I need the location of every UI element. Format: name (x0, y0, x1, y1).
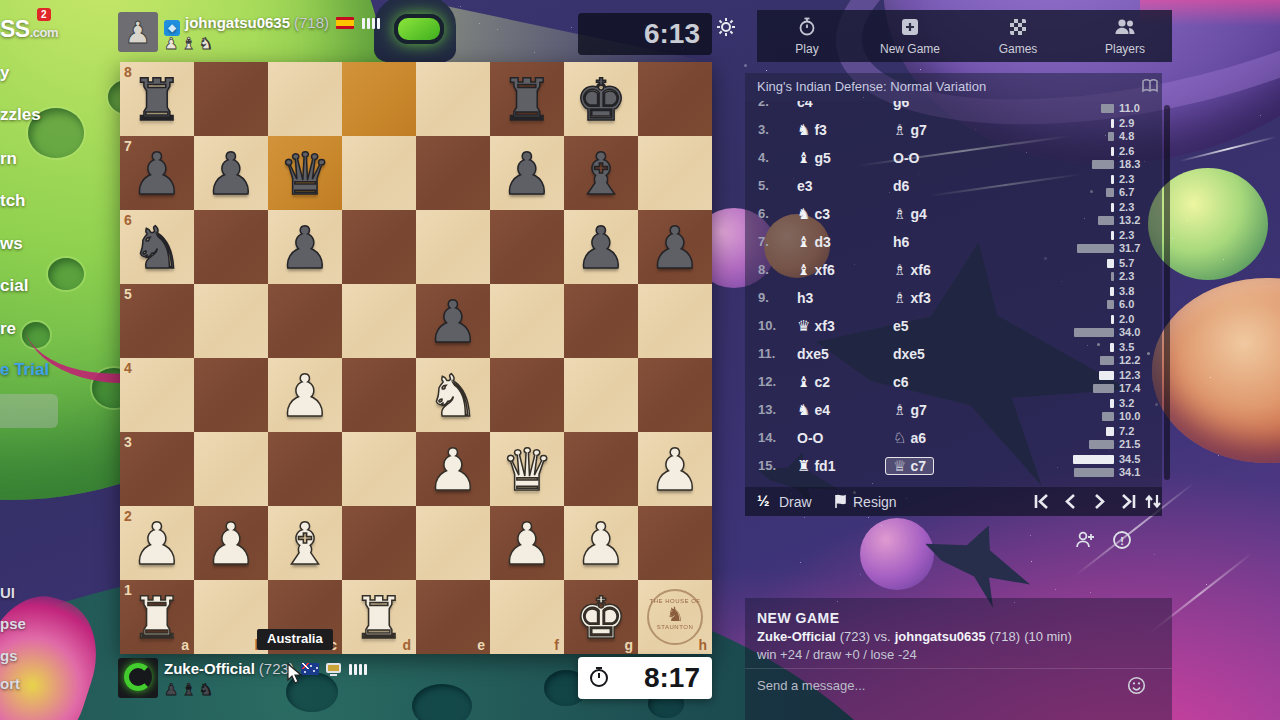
move-time: 2.3 (1119, 229, 1134, 241)
square-b7[interactable] (194, 136, 268, 210)
square-g7[interactable] (564, 136, 638, 210)
move-time: 2.9 (1119, 117, 1134, 129)
info-icon[interactable]: ! (1112, 530, 1132, 554)
square-h4[interactable] (638, 358, 712, 432)
move-time: 4.8 (1119, 130, 1134, 142)
move-time: 12.2 (1119, 354, 1140, 366)
sidebar-item[interactable]: e Trial (0, 360, 49, 380)
square-a4[interactable]: 4 (120, 358, 194, 432)
white-move[interactable]: ♝xf6 (797, 260, 835, 280)
square-e8[interactable] (416, 62, 490, 136)
move-row: 8.♝xf6♗xf65.72.3 (745, 256, 1162, 284)
white-move[interactable]: e3 (797, 176, 813, 196)
move-text: e4 (814, 402, 830, 418)
move-time: 7.2 (1119, 425, 1134, 437)
file-label: e (477, 637, 485, 653)
square-h2[interactable] (638, 506, 712, 580)
move-row: 6.♞c3♗g42.313.2 (745, 200, 1162, 228)
white-move[interactable]: c4 (797, 101, 813, 112)
figurine-wB-icon: ♝ (797, 233, 810, 251)
move-row: 14.O-O♘a67.221.5 (745, 424, 1162, 452)
spain-flag-icon[interactable] (336, 17, 354, 29)
black-move[interactable]: ♕c7 (893, 456, 934, 476)
square-c8[interactable] (268, 62, 342, 136)
move-number: 15. (758, 458, 776, 473)
monitor-icon (326, 663, 341, 676)
previous-move-icon[interactable] (1061, 493, 1081, 510)
move-row: 12.♝c2c612.317.4 (745, 368, 1162, 396)
chat-input[interactable] (757, 678, 1107, 693)
sidebar-item[interactable]: ws (0, 234, 23, 254)
move-time-bar (1077, 244, 1114, 253)
bottom-player-avatar[interactable] (118, 658, 158, 698)
move-text: d6 (893, 178, 909, 194)
tab-players[interactable]: Players (1080, 14, 1170, 56)
move-time: 6.7 (1119, 186, 1134, 198)
square-h8[interactable] (638, 62, 712, 136)
rank-label: 2 (124, 508, 132, 524)
black-move[interactable]: ♗xf3 (893, 288, 931, 308)
move-number: 11. (758, 346, 775, 361)
move-time-bar (1101, 104, 1114, 113)
resign-flag-icon[interactable] (833, 494, 848, 509)
move-list[interactable]: 2.c4g611.03.♞f3♗g72.94.84.♝g5O-O2.618.35… (745, 101, 1162, 487)
chat-divider (745, 668, 1172, 669)
captured-pieces-bottom: ♟♝♞ (164, 680, 216, 699)
figurine-wN-icon: ♞ (797, 401, 810, 419)
square-g4[interactable] (564, 358, 638, 432)
square-d2[interactable] (342, 506, 416, 580)
game-controls-bar: ½ Draw Resign (745, 487, 1162, 516)
move-time: 3.2 (1119, 397, 1134, 409)
panel-navbar: PlayNew GameGamesPlayers (757, 10, 1172, 62)
figurine-wB-icon: ♝ (797, 373, 810, 391)
square-e7[interactable] (416, 136, 490, 210)
square-f6[interactable] (490, 210, 564, 284)
move-text: g6 (893, 101, 909, 110)
chess-board[interactable]: 8♜♜♚7♟♟♛♟♝6♞♟♟♟5♟4♟♞3♟♛♟2♟♟♝♟♟1a♜bcd♜efg… (120, 62, 712, 654)
move-time-bar (1089, 440, 1114, 449)
draw-button[interactable]: ½ (757, 492, 770, 509)
move-time: 3.8 (1119, 285, 1134, 297)
bottom-player-clock: 8:17 (578, 657, 712, 699)
move-text: e5 (893, 318, 909, 334)
black-move[interactable]: ♗xf6 (893, 260, 931, 280)
square-h3[interactable] (638, 432, 712, 506)
move-text: f3 (814, 122, 826, 138)
black-move[interactable]: dxe5 (893, 344, 925, 364)
black-move[interactable]: d6 (893, 176, 909, 196)
move-time: 2.3 (1119, 270, 1134, 282)
move-time-bar (1099, 371, 1114, 380)
black-move[interactable]: g6 (893, 101, 909, 112)
move-text: dxe5 (797, 346, 829, 362)
square-d4[interactable] (342, 358, 416, 432)
square-a6[interactable]: 6 (120, 210, 194, 284)
rank-label: 1 (124, 582, 132, 598)
move-text: xf6 (910, 262, 930, 278)
move-time-bar (1111, 315, 1114, 324)
move-time-bar (1102, 412, 1114, 421)
move-text: h6 (893, 234, 909, 250)
move-text: O-O (893, 150, 919, 166)
tab-play[interactable]: Play (762, 14, 852, 56)
square-g1[interactable]: g (564, 580, 638, 654)
move-text: g7 (910, 122, 926, 138)
move-text: c7 (910, 458, 926, 474)
square-d6[interactable] (342, 210, 416, 284)
move-time-bar (1074, 468, 1114, 477)
top-player-clock: 6:13 (578, 13, 712, 55)
bottom-player-name[interactable]: Zuke-Official(723) (164, 660, 369, 678)
chat-game-line: Zuke-Official(723)vs.johngatsu0635(718)(… (757, 629, 1076, 644)
move-number: 4. (758, 150, 769, 165)
move-number: 10. (758, 318, 776, 333)
move-time-bar (1106, 188, 1114, 197)
avatar-ring (124, 663, 152, 691)
move-row: 15.♜fd1♕c734.534.1 (745, 452, 1162, 480)
move-time: 34.5 (1119, 453, 1140, 465)
connection-bars-icon (362, 15, 382, 32)
captured-knight-icon: ♞ (199, 34, 216, 53)
rank-label: 5 (124, 286, 132, 302)
move-time: 3.5 (1119, 341, 1134, 353)
white-move[interactable]: ♝c2 (797, 372, 830, 392)
sidebar-footer-item[interactable]: pse (0, 615, 26, 632)
square-a8[interactable]: 8 (120, 62, 194, 136)
square-h6[interactable] (638, 210, 712, 284)
white-move[interactable]: ♝d3 (797, 232, 831, 252)
move-time: 34.1 (1119, 466, 1140, 478)
square-a7[interactable]: 7 (120, 136, 194, 210)
move-time: 10.0 (1119, 410, 1140, 422)
square-f4[interactable] (490, 358, 564, 432)
figurine-wQ-icon: ♛ (797, 317, 810, 335)
move-time-bar (1100, 356, 1114, 365)
white-move[interactable]: ♛xf3 (797, 316, 835, 336)
square-f2[interactable] (490, 506, 564, 580)
move-time: 31.7 (1119, 242, 1140, 254)
captured-pieces-top: ♟♝♞ (164, 34, 216, 53)
mouse-cursor (287, 663, 304, 685)
move-text: dxe5 (893, 346, 925, 362)
square-h7[interactable] (638, 136, 712, 210)
move-text: g7 (910, 402, 926, 418)
pawn-avatar-icon: ♟ (125, 15, 152, 50)
black-move[interactable]: c6 (893, 372, 909, 392)
black-move[interactable]: h6 (893, 232, 909, 252)
top-player-avatar[interactable]: ♟ (118, 12, 158, 52)
black-move[interactable]: e5 (893, 316, 909, 336)
sidebar-item[interactable]: rn (0, 149, 17, 169)
white-move[interactable]: O-O (797, 428, 823, 448)
move-text: d3 (814, 234, 830, 250)
move-text: c6 (893, 374, 909, 390)
white-move[interactable]: dxe5 (797, 344, 829, 364)
square-g6[interactable] (564, 210, 638, 284)
move-number: 9. (758, 290, 769, 305)
figurine-bB-icon: ♗ (893, 261, 906, 279)
sidebar-footer-item[interactable]: ort (0, 675, 20, 692)
move-time-bar (1111, 175, 1114, 184)
move-time-bar (1111, 272, 1114, 281)
square-g8[interactable] (564, 62, 638, 136)
captured-bishop-icon: ♝ (181, 34, 198, 53)
move-time-bar (1111, 231, 1114, 240)
sidebar-footer-item[interactable]: gs (0, 647, 18, 664)
square-b4[interactable] (194, 358, 268, 432)
square-a5[interactable]: 5 (120, 284, 194, 358)
black-move[interactable]: ♗g7 (893, 400, 927, 420)
move-time: 18.3 (1119, 158, 1140, 170)
stopwatch-icon (762, 17, 852, 39)
square-e2[interactable] (416, 506, 490, 580)
move-time: 13.2 (1119, 214, 1140, 226)
black-move[interactable]: O-O (893, 148, 919, 168)
figurine-wB-icon: ♝ (797, 149, 810, 167)
move-time-bar (1093, 384, 1114, 393)
rank-label: 8 (124, 64, 132, 80)
square-e5[interactable] (416, 284, 490, 358)
move-number: 7. (758, 234, 769, 249)
figurine-wR-icon: ♜ (797, 457, 810, 475)
move-time: 2.0 (1119, 313, 1134, 325)
sidebar-item[interactable]: y (0, 63, 9, 83)
square-b8[interactable] (194, 62, 268, 136)
figurine-bB-icon: ♗ (893, 289, 906, 307)
board-grid-icon (973, 17, 1063, 39)
rank-label: 7 (124, 138, 132, 154)
chat-heading: NEW GAME (757, 610, 840, 626)
sidebar-item[interactable]: tch (0, 191, 26, 211)
sidebar-item[interactable]: re (0, 319, 16, 339)
move-time-bar (1092, 160, 1114, 169)
left-sidebar: SS.com 2 yzzlesrntchwscialree TrialUIpse… (0, 0, 112, 720)
move-time: 5.7 (1119, 257, 1134, 269)
square-g3[interactable] (564, 432, 638, 506)
move-text: c2 (814, 374, 830, 390)
square-d1[interactable]: d (342, 580, 416, 654)
move-text: c4 (797, 101, 813, 110)
move-list-scrollbar[interactable] (1164, 105, 1170, 480)
figurine-bB-icon: ♗ (893, 121, 906, 139)
square-e1[interactable]: e (416, 580, 490, 654)
plus-square-icon (865, 17, 955, 39)
move-text: e3 (797, 178, 813, 194)
square-c4[interactable] (268, 358, 342, 432)
captured-pawn-icon: ♟ (164, 34, 181, 53)
move-time: 2.6 (1119, 145, 1134, 157)
top-player-bar: ♟ ◆johngatsu0635(718) ♟♝♞ (118, 12, 578, 60)
file-label: g (624, 637, 633, 653)
tab-games[interactable]: Games (973, 14, 1063, 56)
square-d5[interactable] (342, 284, 416, 358)
move-row: 11.dxe5dxe53.512.2 (745, 340, 1162, 368)
move-number: 8. (758, 262, 769, 277)
square-c5[interactable] (268, 284, 342, 358)
white-move[interactable]: ♞f3 (797, 120, 827, 140)
house-of-staunton-watermark: THE HOUSE OF♞STAUNTON (647, 589, 703, 645)
square-e6[interactable] (416, 210, 490, 284)
search-input[interactable] (0, 394, 58, 428)
black-move[interactable]: ♘a6 (893, 428, 926, 448)
clock-icon (588, 666, 610, 688)
move-time: 6.0 (1119, 298, 1134, 310)
white-move[interactable]: ♞e4 (797, 400, 830, 420)
rank-label: 4 (124, 360, 132, 376)
skip-to-end-icon[interactable] (1117, 493, 1137, 510)
square-d8[interactable] (342, 62, 416, 136)
move-number: 2. (758, 101, 769, 109)
square-f3[interactable] (490, 432, 564, 506)
square-c6[interactable] (268, 210, 342, 284)
square-b5[interactable] (194, 284, 268, 358)
figurine-bN-icon: ♘ (893, 429, 906, 447)
move-time-bar (1110, 287, 1114, 296)
square-a3[interactable]: 3 (120, 432, 194, 506)
bottom-player-bar: Zuke-Official(723) ♟♝♞ (118, 658, 578, 706)
top-player-rating: (718) (294, 14, 329, 31)
rank-label: 3 (124, 434, 132, 450)
square-a2[interactable]: 2 (120, 506, 194, 580)
move-time: 2.3 (1119, 201, 1134, 213)
square-f5[interactable] (490, 284, 564, 358)
sidebar-item[interactable]: cial (0, 276, 28, 296)
square-c2[interactable] (268, 506, 342, 580)
white-move[interactable]: ♞c3 (797, 204, 830, 224)
rank-label: 6 (124, 212, 132, 228)
move-row: 7.♝d3h62.331.7 (745, 228, 1162, 256)
move-row: 4.♝g5O-O2.618.3 (745, 144, 1162, 172)
square-g5[interactable] (564, 284, 638, 358)
move-text: xf3 (910, 290, 930, 306)
skip-to-start-icon[interactable] (1033, 493, 1053, 510)
square-b6[interactable] (194, 210, 268, 284)
move-time: 17.4 (1119, 382, 1140, 394)
captured-knight-icon: ♞ (199, 680, 216, 699)
figurine-bQ-icon: ♕ (893, 457, 906, 475)
square-e3[interactable] (416, 432, 490, 506)
move-time-bar (1110, 399, 1114, 408)
move-time-bar (1098, 216, 1114, 225)
move-text: O-O (797, 430, 823, 446)
figurine-wN-icon: ♞ (797, 121, 810, 139)
square-c7[interactable] (268, 136, 342, 210)
move-text: c3 (814, 206, 830, 222)
white-move[interactable]: ♜fd1 (797, 456, 835, 476)
file-label: a (181, 637, 189, 653)
white-move[interactable]: ♝g5 (797, 148, 831, 168)
move-time: 12.3 (1119, 369, 1140, 381)
move-time-bar (1110, 343, 1114, 352)
move-time: 21.5 (1119, 438, 1140, 450)
move-text: g4 (910, 206, 926, 222)
sidebar-item[interactable]: zzles (0, 105, 41, 125)
figurine-bB-icon: ♗ (893, 205, 906, 223)
move-time-bar (1107, 259, 1114, 268)
move-text: h3 (797, 290, 813, 306)
move-row: 9.h3♗xf33.86.0 (745, 284, 1162, 312)
move-number: 12. (758, 374, 776, 389)
black-move[interactable]: ♗g7 (893, 120, 927, 140)
draw-button-label[interactable]: Draw (779, 494, 812, 510)
captured-bishop-icon: ♝ (181, 680, 198, 699)
top-player-name[interactable]: ◆johngatsu0635(718) (164, 14, 382, 36)
move-row: 10.♛xf3e52.034.0 (745, 312, 1162, 340)
file-label: f (554, 637, 559, 653)
tab-new-game[interactable]: New Game (865, 14, 955, 56)
square-b3[interactable] (194, 432, 268, 506)
square-g2[interactable] (564, 506, 638, 580)
move-text: g5 (814, 150, 830, 166)
square-f7[interactable] (490, 136, 564, 210)
connection-bars-icon (349, 661, 369, 678)
game-panel: PlayNew GameGamesPlayers King's Indian D… (745, 0, 1172, 720)
flip-board-icon[interactable] (1143, 493, 1163, 510)
emoji-smiley-icon[interactable] (1127, 676, 1146, 699)
move-text: xf6 (814, 262, 834, 278)
move-time: 11.0 (1119, 102, 1140, 114)
add-friend-icon[interactable] (1074, 530, 1096, 554)
square-d3[interactable] (342, 432, 416, 506)
move-text: a6 (910, 430, 926, 446)
chat-pane: NEW GAME Zuke-Official(723)vs.johngatsu0… (745, 598, 1172, 720)
square-e4[interactable] (416, 358, 490, 432)
opening-book-icon[interactable] (1142, 79, 1158, 97)
next-move-icon[interactable] (1089, 493, 1109, 510)
settings-gear-icon[interactable] (716, 17, 736, 41)
move-time-bar (1106, 427, 1114, 436)
figurine-wN-icon: ♞ (797, 205, 810, 223)
move-time: 34.0 (1119, 326, 1140, 338)
file-label: h (698, 637, 707, 653)
square-h5[interactable] (638, 284, 712, 358)
captured-pawn-icon: ♟ (164, 680, 181, 699)
move-time-bar (1074, 328, 1114, 337)
square-d7[interactable] (342, 136, 416, 210)
move-time-bar (1073, 455, 1114, 464)
move-number: 3. (758, 122, 769, 137)
move-time-bar (1107, 300, 1114, 309)
resign-button[interactable]: Resign (853, 494, 897, 510)
move-row: 2.c4g611.0 (745, 101, 1162, 116)
move-number: 14. (758, 430, 776, 445)
move-number: 6. (758, 206, 769, 221)
move-time-bar (1111, 203, 1114, 212)
move-time: 2.3 (1119, 173, 1134, 185)
move-time-bar (1111, 119, 1114, 128)
square-c3[interactable] (268, 432, 342, 506)
move-text: fd1 (814, 458, 835, 474)
black-move[interactable]: ♗g4 (893, 204, 927, 224)
square-f1[interactable]: f (490, 580, 564, 654)
move-number: 5. (758, 178, 769, 193)
move-text: xf3 (814, 318, 834, 334)
move-row: 5.e3d62.36.7 (745, 172, 1162, 200)
move-time-bar (1111, 147, 1114, 156)
move-time-bar (1108, 132, 1114, 141)
square-f8[interactable] (490, 62, 564, 136)
flag-tooltip: Australia (257, 629, 333, 650)
players-icon (1080, 17, 1170, 39)
notification-badge: 2 (37, 8, 51, 21)
square-a1[interactable]: 1a (120, 580, 194, 654)
move-row: 3.♞f3♗g72.94.8 (745, 116, 1162, 144)
sidebar-footer-item[interactable]: UI (0, 584, 15, 601)
square-b2[interactable] (194, 506, 268, 580)
move-row: 13.♞e4♗g73.210.0 (745, 396, 1162, 424)
white-move[interactable]: h3 (797, 288, 813, 308)
